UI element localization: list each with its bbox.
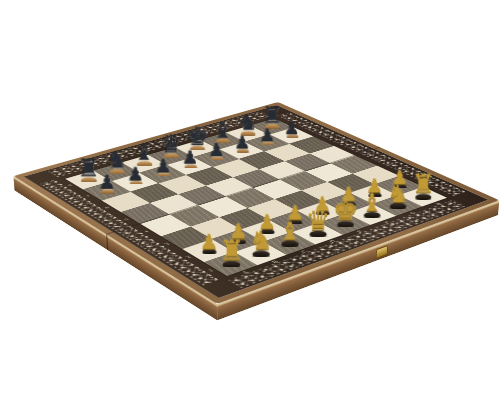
queen-glyph: ♛ xyxy=(304,206,332,234)
pawn-glyph: ♟ xyxy=(204,141,229,159)
board-case: ♜♞♝♛♚♝♞♜♟♟♟♟♟♟♟♟♟♟♟♟♟♟♟♟♜♞♝♛♚♝♞♜ ABCDEFG… xyxy=(13,102,499,304)
pawn-glyph: ♟ xyxy=(123,165,149,184)
board-frame: ♜♞♝♛♚♝♞♜♟♟♟♟♟♟♟♟♟♟♟♟♟♟♟♟♜♞♝♛♚♝♞♜ ABCDEFG… xyxy=(23,105,489,298)
pawn-glyph: ♟ xyxy=(94,173,120,192)
bishop-glyph: ♝ xyxy=(358,191,385,215)
pawn-glyph: ♟ xyxy=(255,126,279,144)
knight-glyph: ♞ xyxy=(247,227,276,253)
square-b6[interactable] xyxy=(130,183,178,203)
pawn-glyph: ♟ xyxy=(280,119,304,137)
pawn-glyph: ♟ xyxy=(230,134,255,152)
square-a5[interactable] xyxy=(121,203,170,224)
fold-seam-side xyxy=(106,234,108,250)
pawn-glyph: ♟ xyxy=(178,149,203,167)
knight-glyph: ♞ xyxy=(384,181,411,206)
bishop-glyph: ♝ xyxy=(276,219,304,244)
brass-latch xyxy=(376,245,388,259)
rook-glyph: ♜ xyxy=(217,236,246,264)
photo-scene: ♜♞♝♛♚♝♞♜♟♟♟♟♟♟♟♟♟♟♟♟♟♟♟♟♜♞♝♛♚♝♞♜ ABCDEFG… xyxy=(0,0,500,400)
king-glyph: ♚ xyxy=(332,196,359,224)
pawn-glyph: ♟ xyxy=(150,156,175,175)
rook-glyph: ♜ xyxy=(410,171,436,196)
chess-board: ♜♞♝♛♚♝♞♜♟♟♟♟♟♟♟♟♟♟♟♟♟♟♟♟♜♞♝♛♚♝♞♜ ABCDEFG… xyxy=(13,102,499,304)
